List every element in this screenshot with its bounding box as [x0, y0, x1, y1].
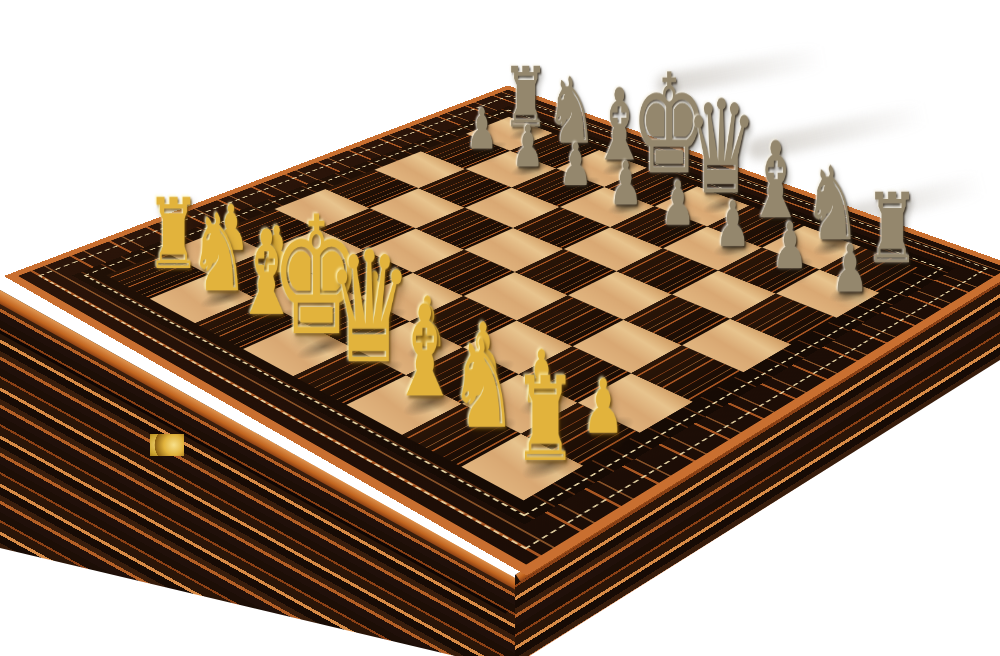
piece-glyph: ♟: [715, 193, 750, 256]
piece-glyph: ♟: [512, 118, 544, 176]
piece-glyph: ♟: [832, 236, 869, 302]
piece-glyph: ♜: [865, 181, 919, 278]
piece-glyph: ♟: [609, 154, 642, 214]
piece-glyph: ♟: [772, 214, 808, 278]
board-frame: ♜♞♝♚♛♝♞♜♟♟♟♟♟♟♟♟♟♟♟♟♟♟♟♟♜♞♝♚♛♝♞♜: [72, 106, 954, 524]
piece-glyph: ♟: [559, 135, 592, 194]
case-top: ♜♞♝♚♛♝♞♜♟♟♟♟♟♟♟♟♟♟♟♟♟♟♟♟♜♞♝♚♛♝♞♜: [4, 85, 1000, 575]
chess-set-scene: ♜♞♝♚♛♝♞♜♟♟♟♟♟♟♟♟♟♟♟♟♟♟♟♟♜♞♝♚♛♝♞♜: [0, 0, 1000, 656]
piece-glyph: ♞: [449, 323, 517, 446]
piece-glyph: ♟: [582, 369, 624, 444]
piece-glyph: ♜: [513, 362, 578, 478]
product-photo-background: { "game": "chess", "scene": { "view": "t…: [0, 0, 1000, 656]
piece-glyph: ♟: [466, 101, 497, 157]
piece-glyph: ♟: [661, 173, 695, 235]
